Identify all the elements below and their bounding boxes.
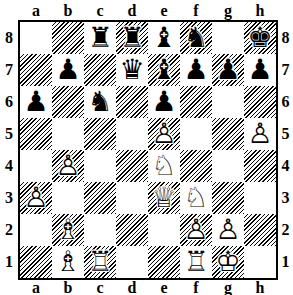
square-h3[interactable] bbox=[244, 182, 276, 214]
file-label-b: b bbox=[52, 280, 84, 295]
piece-black-pawn: ♟ bbox=[244, 54, 276, 86]
file-label-h: h bbox=[244, 0, 276, 20]
square-d8[interactable]: ♜ bbox=[116, 22, 148, 54]
file-label-g: g bbox=[212, 0, 244, 20]
square-e6[interactable]: ♟ bbox=[148, 86, 180, 118]
piece-white-queen: ♛♕ bbox=[148, 182, 180, 214]
piece-black-bishop: ♝ bbox=[148, 22, 180, 54]
square-a5[interactable] bbox=[20, 118, 52, 150]
square-a7[interactable] bbox=[20, 54, 52, 86]
file-label-a: a bbox=[20, 280, 52, 295]
square-a3[interactable]: ♟♙ bbox=[20, 182, 52, 214]
rank-label-8: 8 bbox=[0, 22, 18, 54]
square-f5[interactable] bbox=[180, 118, 212, 150]
square-a4[interactable] bbox=[20, 150, 52, 182]
square-a8[interactable] bbox=[20, 22, 52, 54]
square-e7[interactable]: ♝ bbox=[148, 54, 180, 86]
rank-label-4: 4 bbox=[0, 150, 18, 182]
square-c7[interactable] bbox=[84, 54, 116, 86]
piece-black-king: ♚ bbox=[244, 22, 276, 54]
piece-black-pawn: ♟ bbox=[180, 54, 212, 86]
square-d7[interactable]: ♛ bbox=[116, 54, 148, 86]
file-label-c: c bbox=[84, 280, 116, 295]
file-label-h: h bbox=[244, 280, 276, 295]
rank-label-3: 3 bbox=[278, 182, 293, 214]
square-d2[interactable] bbox=[116, 214, 148, 246]
file-label-f: f bbox=[180, 0, 212, 20]
piece-black-pawn: ♟ bbox=[148, 86, 180, 118]
file-label-f: f bbox=[180, 280, 212, 295]
piece-black-knight: ♞ bbox=[84, 86, 116, 118]
piece-black-rook: ♜ bbox=[84, 22, 116, 54]
square-g8[interactable] bbox=[212, 22, 244, 54]
square-h2[interactable] bbox=[244, 214, 276, 246]
piece-black-pawn: ♟ bbox=[52, 54, 84, 86]
square-g2[interactable]: ♟♙ bbox=[212, 214, 244, 246]
rank-label-7: 7 bbox=[278, 54, 293, 86]
square-b6[interactable] bbox=[52, 86, 84, 118]
file-label-b: b bbox=[52, 0, 84, 20]
piece-black-queen: ♛ bbox=[116, 54, 148, 86]
square-d6[interactable] bbox=[116, 86, 148, 118]
square-h1[interactable] bbox=[244, 246, 276, 278]
file-label-a: a bbox=[20, 0, 52, 20]
piece-white-king: ♚♔ bbox=[212, 246, 244, 278]
piece-white-knight: ♞♘ bbox=[148, 150, 180, 182]
square-h4[interactable] bbox=[244, 150, 276, 182]
piece-black-pawn: ♟ bbox=[20, 86, 52, 118]
square-a2[interactable] bbox=[20, 214, 52, 246]
chess-diagram: abcdefgh 87654321 ♜♜♝♞♚♟♛♝♟♟♟♟♞♟♟♙♟♙♟♙♞♘… bbox=[0, 0, 293, 295]
piece-white-rook: ♜♖ bbox=[84, 246, 116, 278]
square-b3[interactable] bbox=[52, 182, 84, 214]
rank-label-3: 3 bbox=[0, 182, 18, 214]
rank-label-6: 6 bbox=[0, 86, 18, 118]
square-c3[interactable] bbox=[84, 182, 116, 214]
file-label-d: d bbox=[116, 280, 148, 295]
square-b2[interactable]: ♝♗ bbox=[52, 214, 84, 246]
rank-label-4: 4 bbox=[278, 150, 293, 182]
piece-black-pawn: ♟ bbox=[212, 54, 244, 86]
square-f1[interactable]: ♜♖ bbox=[180, 246, 212, 278]
rank-label-7: 7 bbox=[0, 54, 18, 86]
square-c2[interactable] bbox=[84, 214, 116, 246]
rank-label-8: 8 bbox=[278, 22, 293, 54]
square-a1[interactable] bbox=[20, 246, 52, 278]
square-f2[interactable]: ♟♙ bbox=[180, 214, 212, 246]
rank-label-1: 1 bbox=[0, 246, 18, 278]
rank-label-1: 1 bbox=[278, 246, 293, 278]
file-label-e: e bbox=[148, 0, 180, 20]
square-b4[interactable]: ♟♙ bbox=[52, 150, 84, 182]
piece-white-bishop: ♝♗ bbox=[52, 214, 84, 246]
file-label-c: c bbox=[84, 0, 116, 20]
square-d4[interactable] bbox=[116, 150, 148, 182]
square-d3[interactable] bbox=[116, 182, 148, 214]
rank-label-2: 2 bbox=[0, 214, 18, 246]
square-c1[interactable]: ♜♖ bbox=[84, 246, 116, 278]
square-c5[interactable] bbox=[84, 118, 116, 150]
square-g3[interactable] bbox=[212, 182, 244, 214]
piece-white-knight: ♞♘ bbox=[180, 182, 212, 214]
square-f6[interactable] bbox=[180, 86, 212, 118]
square-d1[interactable] bbox=[116, 246, 148, 278]
rank-label-5: 5 bbox=[278, 118, 293, 150]
square-g1[interactable]: ♚♔ bbox=[212, 246, 244, 278]
square-g7[interactable]: ♟ bbox=[212, 54, 244, 86]
square-f7[interactable]: ♟ bbox=[180, 54, 212, 86]
piece-black-knight: ♞ bbox=[180, 22, 212, 54]
square-e4[interactable]: ♞♘ bbox=[148, 150, 180, 182]
piece-black-bishop: ♝ bbox=[148, 54, 180, 86]
square-g5[interactable] bbox=[212, 118, 244, 150]
square-g4[interactable] bbox=[212, 150, 244, 182]
square-a6[interactable]: ♟ bbox=[20, 86, 52, 118]
rank-labels-right: 87654321 bbox=[278, 20, 293, 280]
square-f3[interactable]: ♞♘ bbox=[180, 182, 212, 214]
rank-label-6: 6 bbox=[278, 86, 293, 118]
square-b5[interactable] bbox=[52, 118, 84, 150]
square-e2[interactable] bbox=[148, 214, 180, 246]
square-c4[interactable] bbox=[84, 150, 116, 182]
square-h5[interactable]: ♟♙ bbox=[244, 118, 276, 150]
file-label-e: e bbox=[148, 280, 180, 295]
piece-white-rook: ♜♖ bbox=[180, 246, 212, 278]
piece-white-pawn: ♟♙ bbox=[52, 150, 84, 182]
piece-white-pawn: ♟♙ bbox=[180, 214, 212, 246]
piece-white-pawn: ♟♙ bbox=[212, 214, 244, 246]
square-f8[interactable]: ♞ bbox=[180, 22, 212, 54]
square-e3[interactable]: ♛♕ bbox=[148, 182, 180, 214]
rank-label-5: 5 bbox=[0, 118, 18, 150]
square-h6[interactable] bbox=[244, 86, 276, 118]
square-b8[interactable] bbox=[52, 22, 84, 54]
piece-white-pawn: ♟♙ bbox=[148, 118, 180, 150]
file-labels-bottom: abcdefgh bbox=[0, 280, 293, 295]
rank-labels-left: 87654321 bbox=[0, 20, 18, 280]
square-e1[interactable] bbox=[148, 246, 180, 278]
square-e5[interactable]: ♟♙ bbox=[148, 118, 180, 150]
square-g6[interactable] bbox=[212, 86, 244, 118]
square-b7[interactable]: ♟ bbox=[52, 54, 84, 86]
file-labels-top: abcdefgh bbox=[0, 0, 293, 20]
square-f4[interactable] bbox=[180, 150, 212, 182]
square-b1[interactable]: ♝♗ bbox=[52, 246, 84, 278]
square-d5[interactable] bbox=[116, 118, 148, 150]
square-h8[interactable]: ♚ bbox=[244, 22, 276, 54]
piece-white-pawn: ♟♙ bbox=[244, 118, 276, 150]
rank-label-2: 2 bbox=[278, 214, 293, 246]
piece-black-rook: ♜ bbox=[116, 22, 148, 54]
square-c6[interactable]: ♞ bbox=[84, 86, 116, 118]
square-e8[interactable]: ♝ bbox=[148, 22, 180, 54]
square-h7[interactable]: ♟ bbox=[244, 54, 276, 86]
file-label-g: g bbox=[212, 280, 244, 295]
file-label-d: d bbox=[116, 0, 148, 20]
piece-white-pawn: ♟♙ bbox=[20, 182, 52, 214]
chess-board: ♜♜♝♞♚♟♛♝♟♟♟♟♞♟♟♙♟♙♟♙♞♘♟♙♛♕♞♘♝♗♟♙♟♙♝♗♜♖♜♖… bbox=[18, 20, 278, 280]
piece-white-bishop: ♝♗ bbox=[52, 246, 84, 278]
square-c8[interactable]: ♜ bbox=[84, 22, 116, 54]
